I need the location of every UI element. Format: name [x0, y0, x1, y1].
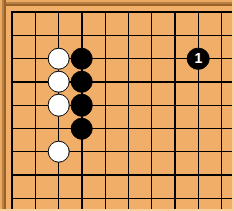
grid-line-horizontal-1	[11, 35, 234, 36]
grid-line-horizontal-8	[11, 198, 234, 199]
grid-line-horizontal-5	[11, 128, 234, 129]
white-stone	[47, 94, 70, 117]
board-cut-highlight-bottom	[0, 209, 234, 211]
grid-line-vertical-7	[174, 11, 175, 211]
grid-line-vertical-6	[151, 11, 152, 211]
grid-line-vertical-8	[198, 11, 199, 211]
white-stone	[47, 71, 70, 94]
black-stone	[71, 71, 94, 94]
grid-line-vertical-9	[221, 11, 222, 211]
black-stone	[71, 47, 94, 70]
black-stone: 1	[187, 47, 210, 70]
move-number-label: 1	[194, 51, 202, 66]
board-cut-highlight-right	[232, 0, 234, 211]
grid-line-vertical-0	[11, 11, 12, 211]
grid-line-horizontal-6	[11, 151, 234, 152]
grid-line-horizontal-7	[11, 174, 234, 175]
grid-line-vertical-1	[35, 11, 36, 211]
grid-line-horizontal-4	[11, 105, 234, 106]
grid-line-vertical-4	[105, 11, 106, 211]
board-frame-left-edge	[0, 0, 6, 211]
board-frame-top-edge	[0, 0, 234, 6]
white-stone	[47, 47, 70, 70]
grid-line-horizontal-0	[11, 11, 234, 12]
go-board: 1	[0, 0, 234, 211]
white-stone	[47, 141, 70, 164]
black-stone	[71, 117, 94, 140]
grid-line-vertical-5	[128, 11, 129, 211]
black-stone	[71, 94, 94, 117]
grid-line-horizontal-3	[11, 81, 234, 82]
